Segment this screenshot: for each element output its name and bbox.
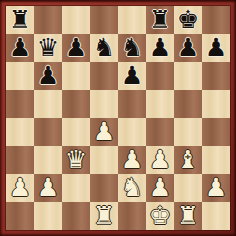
- square-a5[interactable]: [6, 90, 34, 118]
- square-d4[interactable]: ♟: [90, 118, 118, 146]
- piece-white-pawn: ♟: [205, 174, 227, 202]
- piece-black-pawn: ♟: [121, 62, 143, 90]
- square-e4[interactable]: [118, 118, 146, 146]
- square-g1[interactable]: ♜: [174, 202, 202, 230]
- piece-white-pawn: ♟: [149, 146, 171, 174]
- square-h5[interactable]: [202, 90, 230, 118]
- piece-white-pawn: ♟: [9, 174, 31, 202]
- piece-black-pawn: ♟: [9, 34, 31, 62]
- square-h3[interactable]: [202, 146, 230, 174]
- square-d6[interactable]: [90, 62, 118, 90]
- piece-white-pawn: ♟: [93, 118, 115, 146]
- square-c1[interactable]: [62, 202, 90, 230]
- square-e7[interactable]: ♞: [118, 34, 146, 62]
- piece-black-pawn: ♟: [149, 34, 171, 62]
- square-h1[interactable]: [202, 202, 230, 230]
- square-d5[interactable]: [90, 90, 118, 118]
- square-e8[interactable]: [118, 6, 146, 34]
- square-c8[interactable]: [62, 6, 90, 34]
- square-d2[interactable]: [90, 174, 118, 202]
- piece-black-rook: ♜: [9, 6, 31, 34]
- piece-white-king: ♚: [149, 202, 171, 230]
- square-g3[interactable]: ♝: [174, 146, 202, 174]
- square-e3[interactable]: ♟: [118, 146, 146, 174]
- piece-black-king: ♚: [177, 6, 199, 34]
- square-b5[interactable]: [34, 90, 62, 118]
- square-f5[interactable]: [146, 90, 174, 118]
- square-d7[interactable]: ♞: [90, 34, 118, 62]
- square-f4[interactable]: [146, 118, 174, 146]
- square-c6[interactable]: [62, 62, 90, 90]
- square-d8[interactable]: [90, 6, 118, 34]
- square-c5[interactable]: [62, 90, 90, 118]
- square-a2[interactable]: ♟: [6, 174, 34, 202]
- piece-white-pawn: ♟: [37, 174, 59, 202]
- square-c2[interactable]: [62, 174, 90, 202]
- square-b8[interactable]: [34, 6, 62, 34]
- square-b2[interactable]: ♟: [34, 174, 62, 202]
- square-a4[interactable]: [6, 118, 34, 146]
- square-b3[interactable]: [34, 146, 62, 174]
- piece-black-pawn: ♟: [65, 34, 87, 62]
- square-b1[interactable]: [34, 202, 62, 230]
- square-c7[interactable]: ♟: [62, 34, 90, 62]
- square-e6[interactable]: ♟: [118, 62, 146, 90]
- square-g2[interactable]: [174, 174, 202, 202]
- piece-white-queen: ♛: [65, 146, 87, 174]
- piece-black-pawn: ♟: [205, 34, 227, 62]
- piece-black-knight: ♞: [93, 34, 115, 62]
- piece-white-pawn: ♟: [149, 174, 171, 202]
- square-f3[interactable]: ♟: [146, 146, 174, 174]
- square-a8[interactable]: ♜: [6, 6, 34, 34]
- square-d3[interactable]: [90, 146, 118, 174]
- square-h2[interactable]: ♟: [202, 174, 230, 202]
- square-b6[interactable]: ♟: [34, 62, 62, 90]
- square-a1[interactable]: [6, 202, 34, 230]
- square-g8[interactable]: ♚: [174, 6, 202, 34]
- square-a7[interactable]: ♟: [6, 34, 34, 62]
- piece-black-pawn: ♟: [37, 62, 59, 90]
- square-b4[interactable]: [34, 118, 62, 146]
- chess-board: ♜♜♚♟♛♟♞♞♟♟♟♟♟♟♛♟♟♝♟♟♞♟♟♜♚♜: [6, 6, 230, 230]
- square-d1[interactable]: ♜: [90, 202, 118, 230]
- square-g4[interactable]: [174, 118, 202, 146]
- square-g7[interactable]: ♟: [174, 34, 202, 62]
- piece-black-rook: ♜: [149, 6, 171, 34]
- square-e2[interactable]: ♞: [118, 174, 146, 202]
- square-c4[interactable]: [62, 118, 90, 146]
- square-f2[interactable]: ♟: [146, 174, 174, 202]
- square-f8[interactable]: ♜: [146, 6, 174, 34]
- square-g6[interactable]: [174, 62, 202, 90]
- square-a3[interactable]: [6, 146, 34, 174]
- square-h7[interactable]: ♟: [202, 34, 230, 62]
- square-h4[interactable]: [202, 118, 230, 146]
- square-f7[interactable]: ♟: [146, 34, 174, 62]
- piece-black-knight: ♞: [121, 34, 143, 62]
- piece-black-pawn: ♟: [177, 34, 199, 62]
- board-frame: ♜♜♚♟♛♟♞♞♟♟♟♟♟♟♛♟♟♝♟♟♞♟♟♜♚♜: [0, 0, 236, 236]
- square-b7[interactable]: ♛: [34, 34, 62, 62]
- piece-white-rook: ♜: [93, 202, 115, 230]
- square-f1[interactable]: ♚: [146, 202, 174, 230]
- square-e5[interactable]: [118, 90, 146, 118]
- piece-white-rook: ♜: [177, 202, 199, 230]
- piece-black-queen: ♛: [37, 34, 59, 62]
- square-g5[interactable]: [174, 90, 202, 118]
- square-h8[interactable]: [202, 6, 230, 34]
- piece-white-pawn: ♟: [121, 146, 143, 174]
- square-f6[interactable]: [146, 62, 174, 90]
- piece-white-knight: ♞: [121, 174, 143, 202]
- square-a6[interactable]: [6, 62, 34, 90]
- square-e1[interactable]: [118, 202, 146, 230]
- piece-white-bishop: ♝: [177, 146, 199, 174]
- square-c3[interactable]: ♛: [62, 146, 90, 174]
- square-h6[interactable]: [202, 62, 230, 90]
